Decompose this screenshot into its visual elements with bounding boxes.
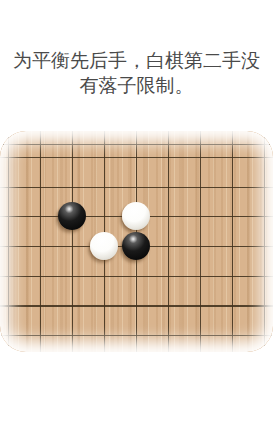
tutorial-page: 为平衡先后手，白棋第二手没 有落子限制。 bbox=[0, 0, 273, 432]
intersection bbox=[216, 320, 248, 350]
go-board bbox=[0, 131, 273, 352]
white-stone bbox=[122, 202, 150, 230]
intersection bbox=[152, 142, 184, 172]
intersection bbox=[0, 261, 24, 291]
intersection bbox=[56, 291, 88, 321]
black-stone bbox=[122, 232, 150, 260]
intersection bbox=[248, 320, 273, 350]
intersection bbox=[120, 320, 152, 350]
intersection bbox=[216, 172, 248, 202]
intersection bbox=[0, 172, 24, 202]
intersection bbox=[0, 202, 24, 232]
intersection bbox=[216, 231, 248, 261]
intersection bbox=[248, 142, 273, 172]
intersection bbox=[184, 261, 216, 291]
intersection bbox=[24, 320, 56, 350]
intersection bbox=[184, 291, 216, 321]
intersection bbox=[24, 291, 56, 321]
intersection bbox=[24, 172, 56, 202]
white-stone bbox=[90, 232, 118, 260]
intersection bbox=[88, 231, 120, 261]
intersection bbox=[120, 231, 152, 261]
intersection bbox=[120, 172, 152, 202]
rule-caption-line1: 为平衡先后手，白棋第二手没 bbox=[0, 48, 273, 73]
intersection bbox=[88, 291, 120, 321]
intersection bbox=[216, 261, 248, 291]
rule-caption: 为平衡先后手，白棋第二手没 有落子限制。 bbox=[0, 48, 273, 98]
intersection bbox=[248, 202, 273, 232]
intersection bbox=[0, 231, 24, 261]
intersection bbox=[56, 261, 88, 291]
intersection bbox=[88, 202, 120, 232]
intersection bbox=[120, 202, 152, 232]
intersection bbox=[24, 261, 56, 291]
intersection bbox=[152, 202, 184, 232]
intersection bbox=[152, 231, 184, 261]
intersection bbox=[184, 231, 216, 261]
intersection bbox=[216, 202, 248, 232]
intersection bbox=[24, 202, 56, 232]
intersection bbox=[248, 291, 273, 321]
intersection bbox=[152, 172, 184, 202]
intersection bbox=[0, 291, 24, 321]
intersection bbox=[56, 142, 88, 172]
intersection bbox=[88, 172, 120, 202]
intersection bbox=[56, 202, 88, 232]
rule-caption-line2: 有落子限制。 bbox=[0, 73, 273, 98]
intersection bbox=[216, 142, 248, 172]
intersection bbox=[120, 291, 152, 321]
intersection bbox=[56, 231, 88, 261]
intersection bbox=[88, 261, 120, 291]
intersection bbox=[88, 142, 120, 172]
intersection bbox=[184, 142, 216, 172]
board-grid bbox=[0, 142, 273, 350]
intersection bbox=[248, 172, 273, 202]
intersection bbox=[0, 320, 24, 350]
intersection bbox=[24, 142, 56, 172]
intersection bbox=[56, 172, 88, 202]
intersection bbox=[88, 320, 120, 350]
intersection bbox=[248, 231, 273, 261]
intersection bbox=[120, 261, 152, 291]
intersection bbox=[152, 261, 184, 291]
intersection bbox=[56, 320, 88, 350]
intersection bbox=[120, 142, 152, 172]
intersection bbox=[24, 231, 56, 261]
intersection bbox=[152, 291, 184, 321]
black-stone bbox=[58, 202, 86, 230]
intersection bbox=[184, 172, 216, 202]
intersection bbox=[152, 320, 184, 350]
intersection bbox=[248, 261, 273, 291]
intersection bbox=[184, 320, 216, 350]
intersection bbox=[184, 202, 216, 232]
intersection bbox=[216, 291, 248, 321]
intersection bbox=[0, 142, 24, 172]
